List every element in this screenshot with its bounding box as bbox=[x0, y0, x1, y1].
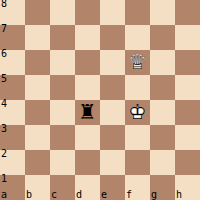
square-d1[interactable]: d bbox=[75, 175, 100, 200]
square-b7[interactable] bbox=[25, 25, 50, 50]
file-label: e bbox=[101, 190, 107, 200]
square-d8[interactable] bbox=[75, 0, 100, 25]
square-a3[interactable]: 3 bbox=[0, 125, 25, 150]
square-e2[interactable] bbox=[100, 150, 125, 175]
file-label: f bbox=[126, 190, 132, 200]
piece-white-queen[interactable]: ♛♕ bbox=[125, 50, 150, 75]
square-b8[interactable] bbox=[25, 0, 50, 25]
square-c1[interactable]: c bbox=[50, 175, 75, 200]
square-d4[interactable]: ♜♜ bbox=[75, 100, 100, 125]
piece-white-king[interactable]: ♚♔ bbox=[125, 100, 150, 125]
square-d2[interactable] bbox=[75, 150, 100, 175]
square-d7[interactable] bbox=[75, 25, 100, 50]
square-d5[interactable] bbox=[75, 75, 100, 100]
square-h2[interactable] bbox=[175, 150, 200, 175]
square-b3[interactable] bbox=[25, 125, 50, 150]
square-g5[interactable] bbox=[150, 75, 175, 100]
square-h1[interactable]: h bbox=[175, 175, 200, 200]
square-f7[interactable] bbox=[125, 25, 150, 50]
square-f8[interactable] bbox=[125, 0, 150, 25]
rank-label: 7 bbox=[1, 24, 7, 34]
square-b2[interactable] bbox=[25, 150, 50, 175]
square-g8[interactable] bbox=[150, 0, 175, 25]
square-g2[interactable] bbox=[150, 150, 175, 175]
square-e6[interactable] bbox=[100, 50, 125, 75]
file-label: c bbox=[51, 190, 57, 200]
square-b1[interactable]: b bbox=[25, 175, 50, 200]
square-a1[interactable]: 1a bbox=[0, 175, 25, 200]
square-h4[interactable] bbox=[175, 100, 200, 125]
square-h6[interactable] bbox=[175, 50, 200, 75]
rank-label: 2 bbox=[1, 149, 7, 159]
square-e4[interactable] bbox=[100, 100, 125, 125]
piece-black-rook[interactable]: ♜♜ bbox=[75, 100, 100, 125]
square-b5[interactable] bbox=[25, 75, 50, 100]
square-e1[interactable]: e bbox=[100, 175, 125, 200]
square-e3[interactable] bbox=[100, 125, 125, 150]
square-c5[interactable] bbox=[50, 75, 75, 100]
rank-label: 5 bbox=[1, 74, 7, 84]
chess-board: 876♛♕54♜♜♚♔321abcdefgh bbox=[0, 0, 200, 200]
file-label: g bbox=[151, 190, 157, 200]
rank-label: 4 bbox=[1, 99, 7, 109]
square-g6[interactable] bbox=[150, 50, 175, 75]
square-h7[interactable] bbox=[175, 25, 200, 50]
square-e7[interactable] bbox=[100, 25, 125, 50]
file-label: d bbox=[76, 190, 82, 200]
rank-label: 1 bbox=[1, 174, 7, 184]
square-g4[interactable] bbox=[150, 100, 175, 125]
square-e5[interactable] bbox=[100, 75, 125, 100]
file-label: b bbox=[26, 190, 32, 200]
rank-label: 3 bbox=[1, 124, 7, 134]
square-f6[interactable]: ♛♕ bbox=[125, 50, 150, 75]
square-b4[interactable] bbox=[25, 100, 50, 125]
square-c2[interactable] bbox=[50, 150, 75, 175]
black-rook-outline-glyph: ♜ bbox=[75, 100, 100, 125]
square-f1[interactable]: f bbox=[125, 175, 150, 200]
square-a7[interactable]: 7 bbox=[0, 25, 25, 50]
rank-label: 6 bbox=[1, 49, 7, 59]
square-f3[interactable] bbox=[125, 125, 150, 150]
square-d3[interactable] bbox=[75, 125, 100, 150]
square-a8[interactable]: 8 bbox=[0, 0, 25, 25]
square-a2[interactable]: 2 bbox=[0, 150, 25, 175]
square-g1[interactable]: g bbox=[150, 175, 175, 200]
white-queen-outline-glyph: ♕ bbox=[125, 50, 150, 75]
white-king-outline-glyph: ♔ bbox=[125, 100, 150, 125]
square-c7[interactable] bbox=[50, 25, 75, 50]
square-h5[interactable] bbox=[175, 75, 200, 100]
square-e8[interactable] bbox=[100, 0, 125, 25]
square-h8[interactable] bbox=[175, 0, 200, 25]
square-c4[interactable] bbox=[50, 100, 75, 125]
square-f4[interactable]: ♚♔ bbox=[125, 100, 150, 125]
square-c3[interactable] bbox=[50, 125, 75, 150]
square-f2[interactable] bbox=[125, 150, 150, 175]
square-g3[interactable] bbox=[150, 125, 175, 150]
square-b6[interactable] bbox=[25, 50, 50, 75]
rank-label: 8 bbox=[1, 0, 7, 9]
file-label: h bbox=[176, 190, 182, 200]
square-c8[interactable] bbox=[50, 0, 75, 25]
square-g7[interactable] bbox=[150, 25, 175, 50]
file-label: a bbox=[1, 190, 7, 200]
square-h3[interactable] bbox=[175, 125, 200, 150]
square-a6[interactable]: 6 bbox=[0, 50, 25, 75]
square-d6[interactable] bbox=[75, 50, 100, 75]
square-a4[interactable]: 4 bbox=[0, 100, 25, 125]
square-f5[interactable] bbox=[125, 75, 150, 100]
square-a5[interactable]: 5 bbox=[0, 75, 25, 100]
square-c6[interactable] bbox=[50, 50, 75, 75]
